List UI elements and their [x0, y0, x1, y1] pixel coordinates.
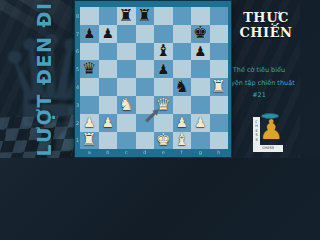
logo-bottom-text: CHESS — [253, 145, 283, 152]
square-b8 — [99, 7, 118, 25]
white-rook: ♜ — [211, 78, 226, 95]
square-e1: ♚ — [154, 132, 173, 150]
square-c5 — [117, 60, 136, 78]
file-label-g: g — [191, 149, 210, 156]
gold-pawn-icon: ♟ — [257, 111, 285, 149]
square-b7: ♟ — [99, 25, 118, 43]
square-b6 — [99, 43, 118, 61]
rank-label-4: 4 — [75, 78, 80, 96]
square-c1 — [117, 132, 136, 150]
series-title-line1: THỰC — [232, 11, 300, 26]
square-d7 — [136, 25, 155, 43]
square-h2 — [210, 114, 229, 132]
white-pawn: ♟ — [83, 115, 95, 129]
series-title-line2: CHIẾN — [232, 26, 300, 41]
square-e3: ♛ — [154, 96, 173, 114]
black-pawn: ♟ — [194, 44, 206, 58]
square-a1: ♜ — [80, 132, 99, 150]
square-f1: ♝ — [173, 132, 192, 150]
black-rook: ♜ — [119, 7, 134, 24]
file-label-b: b — [99, 149, 118, 156]
square-d3 — [136, 96, 155, 114]
square-g4 — [191, 78, 210, 96]
square-d4 — [136, 78, 155, 96]
board-grid: ♜♜♟♟♚♝♟♛♟♞♜♞♛♟♟♟♟♜♚♝ — [80, 7, 228, 149]
file-label-f: f — [173, 149, 192, 156]
black-queen: ♛ — [82, 61, 97, 78]
square-h8 — [210, 7, 229, 25]
square-f6 — [173, 43, 192, 61]
white-pawn: ♟ — [194, 115, 206, 129]
file-label-h: h — [210, 149, 229, 156]
black-bishop: ♝ — [156, 43, 171, 60]
black-pawn: ♟ — [157, 62, 169, 76]
rank-label-7: 7 — [75, 25, 80, 43]
white-knight: ♞ — [119, 96, 134, 113]
square-g7: ♚ — [191, 25, 210, 43]
square-b4 — [99, 78, 118, 96]
white-rook: ♜ — [82, 132, 97, 149]
square-c8: ♜ — [117, 7, 136, 25]
square-h3 — [210, 96, 229, 114]
square-a3 — [80, 96, 99, 114]
square-b3 — [99, 96, 118, 114]
square-c3: ♞ — [117, 96, 136, 114]
turn-banner: LƯỢT ĐEN ĐI — [33, 1, 55, 156]
square-f4: ♞ — [173, 78, 192, 96]
square-c2 — [117, 114, 136, 132]
black-knight: ♞ — [174, 78, 189, 95]
square-d5 — [136, 60, 155, 78]
black-pawn: ♟ — [102, 26, 114, 40]
series-title: THỰC CHIẾN — [232, 11, 300, 40]
black-pawn: ♟ — [83, 26, 95, 40]
square-b1 — [99, 132, 118, 150]
square-d2 — [136, 114, 155, 132]
square-d1 — [136, 132, 155, 150]
square-h4: ♜ — [210, 78, 229, 96]
square-a5: ♛ — [80, 60, 99, 78]
white-pawn: ♟ — [176, 115, 188, 129]
white-bishop: ♝ — [174, 132, 189, 149]
square-g2: ♟ — [191, 114, 210, 132]
square-h7 — [210, 25, 229, 43]
square-f7 — [173, 25, 192, 43]
file-label-d: d — [136, 149, 155, 156]
square-g3 — [191, 96, 210, 114]
file-labels: abcdefgh — [80, 149, 228, 156]
rank-label-3: 3 — [75, 96, 80, 114]
rank-label-1: 1 — [75, 132, 80, 150]
rank-label-2: 2 — [75, 114, 80, 132]
black-rook: ♜ — [137, 7, 152, 24]
rank-label-8: 8 — [75, 7, 80, 25]
square-d6 — [136, 43, 155, 61]
square-e8 — [154, 7, 173, 25]
square-a8 — [80, 7, 99, 25]
rank-label-6: 6 — [75, 43, 80, 61]
square-g5 — [191, 60, 210, 78]
right-panel: THỰC CHIẾN Thế cờ tiêu biểu Luyện tập ch… — [232, 0, 300, 158]
square-h6 — [210, 43, 229, 61]
square-e6: ♝ — [154, 43, 173, 61]
white-pawn: ♟ — [102, 115, 114, 129]
square-c6 — [117, 43, 136, 61]
square-h1 — [210, 132, 229, 150]
logo-side-text: CHESS — [253, 117, 260, 145]
square-e5: ♟ — [154, 60, 173, 78]
file-label-c: c — [117, 149, 136, 156]
chess-board: 87654321 ♜♜♟♟♚♝♟♛♟♞♜♞♛♟♟♟♟♜♚♝ abcdefgh — [74, 0, 232, 158]
square-g1 — [191, 132, 210, 150]
square-b2: ♟ — [99, 114, 118, 132]
square-b5 — [99, 60, 118, 78]
file-label-a: a — [80, 149, 99, 156]
white-queen: ♛ — [156, 96, 171, 113]
square-a7: ♟ — [80, 25, 99, 43]
square-f8 — [173, 7, 192, 25]
square-d8: ♜ — [136, 7, 155, 25]
rank-labels: 87654321 — [75, 7, 80, 149]
square-f3 — [173, 96, 192, 114]
white-king: ♚ — [156, 132, 171, 149]
rank-label-5: 5 — [75, 60, 80, 78]
square-g6: ♟ — [191, 43, 210, 61]
file-label-e: e — [154, 149, 173, 156]
channel-logo: ♟ CHESS CHESS — [253, 111, 287, 157]
black-king: ♚ — [193, 25, 208, 42]
square-c7 — [117, 25, 136, 43]
square-a4 — [80, 78, 99, 96]
